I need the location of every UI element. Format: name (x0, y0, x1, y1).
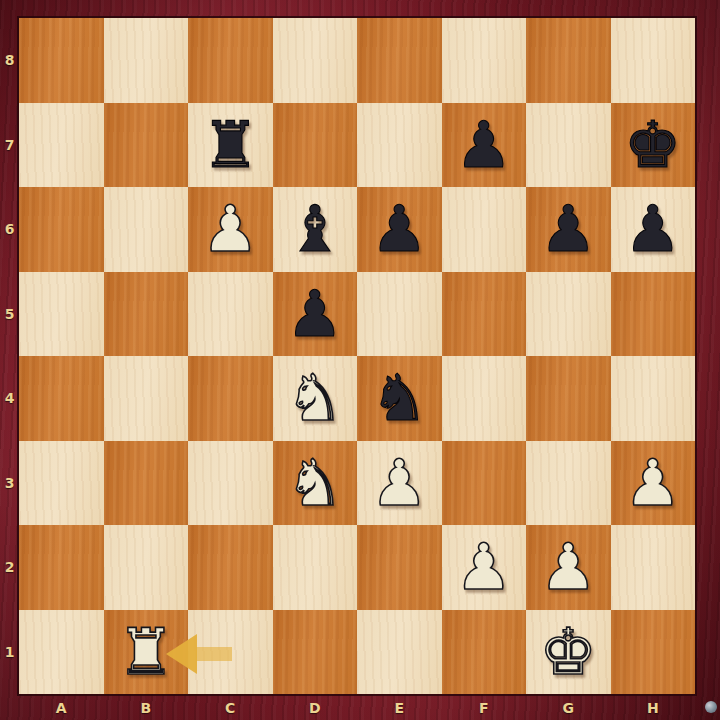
rank-label-8: 8 (0, 18, 19, 103)
square-b5[interactable] (104, 272, 189, 357)
piece-white-knight-d3[interactable]: ♞ (286, 441, 343, 525)
square-h3[interactable]: ♟ (611, 441, 696, 526)
piece-black-rook-c7[interactable]: ♜ (202, 103, 259, 187)
square-h1[interactable] (611, 610, 696, 695)
square-c6[interactable]: ♟ (188, 187, 273, 272)
piece-black-knight-e4[interactable]: ♞ (371, 356, 428, 440)
piece-white-pawn-e3[interactable]: ♟ (371, 441, 428, 525)
square-d2[interactable] (273, 525, 358, 610)
square-b8[interactable] (104, 18, 189, 103)
rank-label-5: 5 (0, 272, 19, 357)
square-f2[interactable]: ♟ (442, 525, 527, 610)
piece-white-king-g1[interactable]: ♚ (540, 610, 597, 694)
chess-board: ♜♟♚♟♝♟♟♟♟♞♞♞♟♟♟♟♜♚ (19, 18, 695, 694)
square-d8[interactable] (273, 18, 358, 103)
square-c2[interactable] (188, 525, 273, 610)
square-a8[interactable] (19, 18, 104, 103)
rank-label-1: 1 (0, 610, 19, 695)
square-e3[interactable]: ♟ (357, 441, 442, 526)
square-d6[interactable]: ♝ (273, 187, 358, 272)
square-g2[interactable]: ♟ (526, 525, 611, 610)
square-g3[interactable] (526, 441, 611, 526)
piece-black-pawn-e6[interactable]: ♟ (371, 187, 428, 271)
square-g6[interactable]: ♟ (526, 187, 611, 272)
rank-label-7: 7 (0, 103, 19, 188)
square-g5[interactable] (526, 272, 611, 357)
square-h2[interactable] (611, 525, 696, 610)
file-label-e: E (357, 696, 442, 720)
square-h6[interactable]: ♟ (611, 187, 696, 272)
piece-white-pawn-c6[interactable]: ♟ (202, 187, 259, 271)
board-frame: ♜♟♚♟♝♟♟♟♟♞♞♞♟♟♟♟♜♚ 87654321 ABCDEFGH (0, 0, 720, 720)
square-d7[interactable] (273, 103, 358, 188)
square-g7[interactable] (526, 103, 611, 188)
square-a6[interactable] (19, 187, 104, 272)
square-b2[interactable] (104, 525, 189, 610)
square-c3[interactable] (188, 441, 273, 526)
file-label-a: A (19, 696, 104, 720)
rank-coordinates: 87654321 (0, 18, 19, 694)
square-a1[interactable] (19, 610, 104, 695)
piece-white-pawn-h3[interactable]: ♟ (624, 441, 681, 525)
square-e4[interactable]: ♞ (357, 356, 442, 441)
rank-label-4: 4 (0, 356, 19, 441)
square-a4[interactable] (19, 356, 104, 441)
file-label-f: F (442, 696, 527, 720)
piece-white-pawn-f2[interactable]: ♟ (455, 525, 512, 609)
square-g4[interactable] (526, 356, 611, 441)
square-b6[interactable] (104, 187, 189, 272)
file-label-b: B (104, 696, 189, 720)
square-e8[interactable] (357, 18, 442, 103)
square-f6[interactable] (442, 187, 527, 272)
square-e2[interactable] (357, 525, 442, 610)
square-h4[interactable] (611, 356, 696, 441)
rank-label-3: 3 (0, 441, 19, 526)
square-f5[interactable] (442, 272, 527, 357)
piece-black-bishop-d6[interactable]: ♝ (286, 187, 343, 271)
piece-white-pawn-g2[interactable]: ♟ (540, 525, 597, 609)
square-b4[interactable] (104, 356, 189, 441)
square-c7[interactable]: ♜ (188, 103, 273, 188)
piece-black-pawn-h6[interactable]: ♟ (624, 187, 681, 271)
square-e7[interactable] (357, 103, 442, 188)
piece-black-king-h7[interactable]: ♚ (624, 103, 681, 187)
file-label-g: G (526, 696, 611, 720)
square-b1[interactable]: ♜ (104, 610, 189, 695)
square-f8[interactable] (442, 18, 527, 103)
square-a7[interactable] (19, 103, 104, 188)
square-f7[interactable]: ♟ (442, 103, 527, 188)
square-h5[interactable] (611, 272, 696, 357)
piece-white-rook-b1[interactable]: ♜ (117, 610, 174, 694)
rank-label-2: 2 (0, 525, 19, 610)
square-g1[interactable]: ♚ (526, 610, 611, 695)
square-e5[interactable] (357, 272, 442, 357)
square-c4[interactable] (188, 356, 273, 441)
file-label-d: D (273, 696, 358, 720)
square-d1[interactable] (273, 610, 358, 695)
square-g8[interactable] (526, 18, 611, 103)
square-f1[interactable] (442, 610, 527, 695)
square-a2[interactable] (19, 525, 104, 610)
square-f3[interactable] (442, 441, 527, 526)
square-c5[interactable] (188, 272, 273, 357)
square-d5[interactable]: ♟ (273, 272, 358, 357)
watermark-dot-icon (705, 701, 717, 713)
square-d3[interactable]: ♞ (273, 441, 358, 526)
piece-black-pawn-f7[interactable]: ♟ (455, 103, 512, 187)
square-h7[interactable]: ♚ (611, 103, 696, 188)
file-label-c: C (188, 696, 273, 720)
square-c8[interactable] (188, 18, 273, 103)
square-b7[interactable] (104, 103, 189, 188)
piece-white-knight-d4[interactable]: ♞ (286, 356, 343, 440)
square-a5[interactable] (19, 272, 104, 357)
square-b3[interactable] (104, 441, 189, 526)
square-e6[interactable]: ♟ (357, 187, 442, 272)
file-coordinates: ABCDEFGH (19, 696, 695, 720)
piece-black-pawn-d5[interactable]: ♟ (286, 272, 343, 356)
square-e1[interactable] (357, 610, 442, 695)
rank-label-6: 6 (0, 187, 19, 272)
file-label-h: H (611, 696, 696, 720)
square-a3[interactable] (19, 441, 104, 526)
square-d4[interactable]: ♞ (273, 356, 358, 441)
square-f4[interactable] (442, 356, 527, 441)
square-c1[interactable] (188, 610, 273, 695)
piece-black-pawn-g6[interactable]: ♟ (540, 187, 597, 271)
square-h8[interactable] (611, 18, 696, 103)
